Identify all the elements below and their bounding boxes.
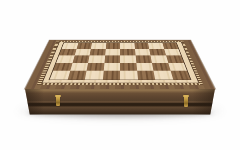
board-square: [102, 71, 120, 80]
board-square: [87, 63, 105, 71]
inlay-border-front: [37, 83, 204, 85]
board-square: [168, 63, 187, 71]
board-square: [120, 71, 138, 80]
board-square: [137, 71, 155, 80]
product-photo: [0, 0, 240, 150]
board-square: [166, 56, 184, 63]
brass-clasp-right: [184, 95, 188, 107]
board-square: [170, 71, 190, 80]
board-square: [85, 71, 103, 80]
board-square: [67, 71, 86, 80]
board-square: [70, 63, 88, 71]
board-square: [88, 56, 105, 63]
checkerboard: [50, 43, 191, 80]
board-square: [136, 63, 154, 71]
board-square: [104, 56, 120, 63]
board-square: [72, 56, 89, 63]
board-square: [135, 56, 152, 63]
brass-clasp-left: [56, 95, 60, 106]
board-square: [120, 56, 136, 63]
board-square: [120, 63, 137, 71]
chessboard-top: [25, 40, 215, 89]
board-square: [103, 63, 120, 71]
